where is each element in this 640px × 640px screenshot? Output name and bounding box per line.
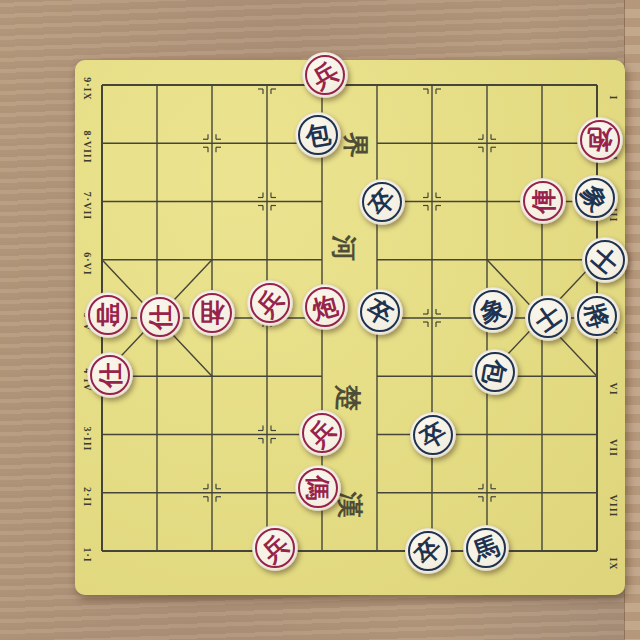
piece-glyph: 仕 xyxy=(87,352,133,398)
file-label-left: 8·VIII xyxy=(82,131,93,164)
piece-red-soldier[interactable]: 兵 xyxy=(302,52,348,98)
file-label-left: 2·II xyxy=(82,487,93,507)
file-label-right: VI xyxy=(608,383,619,396)
piece-black-horse[interactable]: 馬 xyxy=(463,525,509,571)
piece-black-soldier[interactable]: 卒 xyxy=(405,528,451,574)
piece-black-advisor[interactable]: 士 xyxy=(582,237,628,283)
piece-glyph: 傌 xyxy=(295,465,341,511)
file-label-right: I xyxy=(608,96,619,101)
piece-glyph: 相 xyxy=(189,290,235,336)
file-label-left: 6·VI xyxy=(82,252,93,275)
file-label-left: 7·VII xyxy=(82,191,93,219)
piece-black-elephant[interactable]: 象 xyxy=(470,287,516,333)
piece-black-soldier[interactable]: 卒 xyxy=(357,289,403,335)
piece-red-soldier[interactable]: 兵 xyxy=(299,410,345,456)
file-label-left: 1·I xyxy=(82,547,93,562)
piece-red-soldier[interactable]: 兵 xyxy=(252,525,298,571)
piece-red-soldier[interactable]: 兵 xyxy=(247,280,293,326)
file-label-right: VIII xyxy=(608,494,619,517)
piece-glyph: 仕 xyxy=(137,294,183,340)
river-char-河: 河 xyxy=(326,235,361,261)
piece-red-advisor[interactable]: 仕 xyxy=(137,294,183,340)
piece-glyph: 包 xyxy=(291,108,344,161)
file-label-left: 9·IX xyxy=(82,77,93,100)
piece-black-elephant[interactable]: 象 xyxy=(572,175,618,221)
piece-red-elephant[interactable]: 相 xyxy=(189,290,235,336)
piece-black-cannon[interactable]: 包 xyxy=(472,349,518,395)
piece-black-cannon[interactable]: 包 xyxy=(295,112,341,158)
file-label-left: 3·III xyxy=(82,426,93,451)
file-label-right: VII xyxy=(608,438,619,456)
piece-glyph: 俥 xyxy=(520,178,566,224)
river-char-楚: 楚 xyxy=(330,385,365,411)
piece-black-soldier[interactable]: 卒 xyxy=(410,412,456,458)
piece-red-general[interactable]: 帥 xyxy=(85,292,131,338)
wood-plank-seam xyxy=(624,0,640,640)
piece-black-advisor[interactable]: 士 xyxy=(525,295,571,341)
piece-glyph: 包 xyxy=(468,345,521,398)
piece-red-horse[interactable]: 傌 xyxy=(295,465,341,511)
piece-glyph: 炮 xyxy=(577,117,623,163)
piece-black-soldier[interactable]: 卒 xyxy=(359,179,405,225)
piece-red-cannon[interactable]: 炮 xyxy=(302,284,348,330)
piece-glyph: 帥 xyxy=(85,292,131,338)
piece-red-advisor[interactable]: 仕 xyxy=(87,352,133,398)
file-label-right: IX xyxy=(608,557,619,570)
piece-black-general[interactable]: 將 xyxy=(574,293,620,339)
piece-red-chariot[interactable]: 俥 xyxy=(520,178,566,224)
piece-red-cannon[interactable]: 炮 xyxy=(577,117,623,163)
xiangqi-board: 9·IX8·VIII7·VII6·VI5·V4·IV3·III2·II1·I I… xyxy=(75,60,625,595)
